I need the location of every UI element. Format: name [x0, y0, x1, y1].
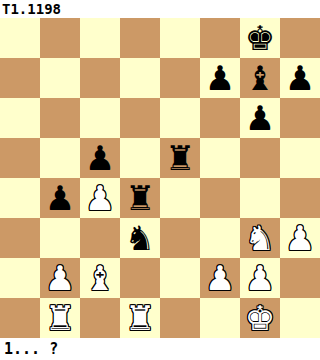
square-g1[interactable]: ♚: [240, 298, 280, 338]
square-g7[interactable]: ♝: [240, 58, 280, 98]
piece-white-king: ♚: [245, 298, 275, 338]
square-g4[interactable]: [240, 178, 280, 218]
square-h3[interactable]: ♟: [280, 218, 320, 258]
move-prompt: 1... ?: [0, 338, 320, 360]
piece-white-pawn: ♟: [45, 258, 75, 298]
square-f3[interactable]: [200, 218, 240, 258]
square-c8[interactable]: [80, 18, 120, 58]
square-e5[interactable]: ♜: [160, 138, 200, 178]
square-a2[interactable]: [0, 258, 40, 298]
square-d5[interactable]: [120, 138, 160, 178]
square-b3[interactable]: [40, 218, 80, 258]
square-a1[interactable]: [0, 298, 40, 338]
square-e4[interactable]: [160, 178, 200, 218]
piece-black-bishop: ♝: [245, 58, 275, 98]
square-d8[interactable]: [120, 18, 160, 58]
square-g8[interactable]: ♚: [240, 18, 280, 58]
chess-board: ♚♟♝♟♟♟♜♟♟♜♞♞♟♟♝♟♟♜♜♚: [0, 18, 320, 338]
square-f6[interactable]: [200, 98, 240, 138]
square-c2[interactable]: ♝: [80, 258, 120, 298]
square-b4[interactable]: ♟: [40, 178, 80, 218]
piece-black-king: ♚: [245, 18, 275, 58]
piece-black-pawn: ♟: [245, 98, 275, 138]
square-c7[interactable]: [80, 58, 120, 98]
piece-white-rook: ♜: [125, 298, 155, 338]
square-g2[interactable]: ♟: [240, 258, 280, 298]
chess-puzzle-window: T1.1198 ♚♟♝♟♟♟♜♟♟♜♞♞♟♟♝♟♟♜♜♚ 1... ?: [0, 0, 320, 360]
piece-black-pawn: ♟: [205, 58, 235, 98]
square-c5[interactable]: ♟: [80, 138, 120, 178]
square-a7[interactable]: [0, 58, 40, 98]
square-a6[interactable]: [0, 98, 40, 138]
piece-black-rook: ♜: [165, 138, 195, 178]
square-h8[interactable]: [280, 18, 320, 58]
piece-white-pawn: ♟: [245, 258, 275, 298]
square-f1[interactable]: [200, 298, 240, 338]
piece-black-knight: ♞: [125, 218, 155, 258]
square-d6[interactable]: [120, 98, 160, 138]
square-d1[interactable]: ♜: [120, 298, 160, 338]
square-a8[interactable]: [0, 18, 40, 58]
piece-white-pawn: ♟: [285, 218, 315, 258]
square-a5[interactable]: [0, 138, 40, 178]
square-h1[interactable]: [280, 298, 320, 338]
square-g5[interactable]: [240, 138, 280, 178]
square-h2[interactable]: [280, 258, 320, 298]
square-d4[interactable]: ♜: [120, 178, 160, 218]
piece-white-pawn: ♟: [205, 258, 235, 298]
square-b5[interactable]: [40, 138, 80, 178]
square-c6[interactable]: [80, 98, 120, 138]
square-b6[interactable]: [40, 98, 80, 138]
square-a3[interactable]: [0, 218, 40, 258]
square-b7[interactable]: [40, 58, 80, 98]
square-b2[interactable]: ♟: [40, 258, 80, 298]
square-c4[interactable]: ♟: [80, 178, 120, 218]
square-f7[interactable]: ♟: [200, 58, 240, 98]
square-d3[interactable]: ♞: [120, 218, 160, 258]
square-e2[interactable]: [160, 258, 200, 298]
square-f2[interactable]: ♟: [200, 258, 240, 298]
square-b1[interactable]: ♜: [40, 298, 80, 338]
piece-white-pawn: ♟: [85, 178, 115, 218]
square-d7[interactable]: [120, 58, 160, 98]
piece-black-pawn: ♟: [45, 178, 75, 218]
square-e6[interactable]: [160, 98, 200, 138]
square-d2[interactable]: [120, 258, 160, 298]
square-e3[interactable]: [160, 218, 200, 258]
piece-black-rook: ♜: [125, 178, 155, 218]
piece-white-rook: ♜: [45, 298, 75, 338]
square-g3[interactable]: ♞: [240, 218, 280, 258]
square-e1[interactable]: [160, 298, 200, 338]
square-f8[interactable]: [200, 18, 240, 58]
square-e8[interactable]: [160, 18, 200, 58]
square-a4[interactable]: [0, 178, 40, 218]
piece-white-knight: ♞: [245, 218, 275, 258]
square-h6[interactable]: [280, 98, 320, 138]
square-h7[interactable]: ♟: [280, 58, 320, 98]
square-c1[interactable]: [80, 298, 120, 338]
piece-black-pawn: ♟: [85, 138, 115, 178]
square-h4[interactable]: [280, 178, 320, 218]
square-g6[interactable]: ♟: [240, 98, 280, 138]
square-c3[interactable]: [80, 218, 120, 258]
piece-white-bishop: ♝: [85, 258, 115, 298]
square-b8[interactable]: [40, 18, 80, 58]
puzzle-title: T1.1198: [0, 0, 320, 18]
piece-black-pawn: ♟: [285, 58, 315, 98]
square-f5[interactable]: [200, 138, 240, 178]
square-h5[interactable]: [280, 138, 320, 178]
square-e7[interactable]: [160, 58, 200, 98]
square-f4[interactable]: [200, 178, 240, 218]
